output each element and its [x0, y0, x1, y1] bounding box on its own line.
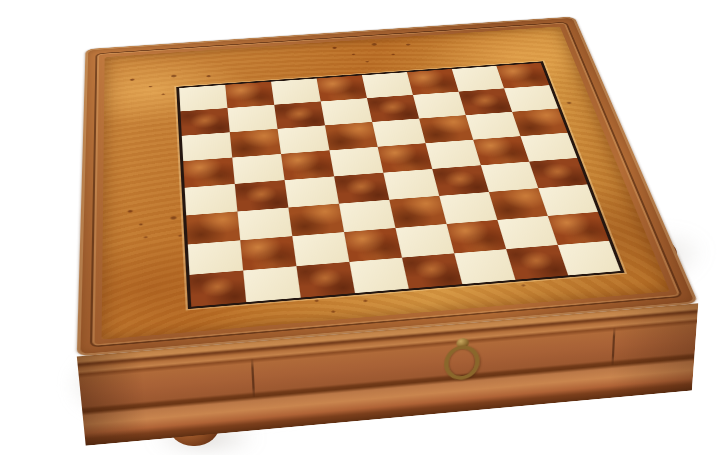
square-f2[interactable]	[447, 220, 507, 253]
square-h2[interactable]	[548, 212, 609, 245]
square-a5[interactable]	[183, 158, 235, 188]
square-a1[interactable]	[189, 271, 246, 307]
square-f7[interactable]	[413, 92, 466, 119]
square-b6[interactable]	[230, 129, 281, 158]
square-a6[interactable]	[182, 132, 232, 161]
square-g6[interactable]	[466, 112, 521, 140]
square-e1[interactable]	[402, 253, 462, 288]
square-b3[interactable]	[237, 208, 292, 241]
square-e6[interactable]	[372, 119, 425, 147]
square-b4[interactable]	[235, 180, 289, 211]
burl-knot-cluster	[102, 195, 235, 261]
drawer-front[interactable]	[250, 328, 613, 395]
square-e7[interactable]	[367, 95, 419, 122]
square-h8[interactable]	[496, 63, 549, 89]
burl-knot-cluster	[463, 246, 597, 300]
square-c3[interactable]	[288, 204, 344, 237]
square-b1[interactable]	[243, 266, 301, 302]
drawer-pull-ring-icon	[444, 344, 480, 381]
square-d2[interactable]	[344, 228, 402, 262]
square-e8[interactable]	[362, 72, 413, 98]
square-f8[interactable]	[407, 69, 459, 95]
square-c7[interactable]	[274, 101, 325, 128]
chessboard-grid	[179, 63, 620, 307]
square-b8[interactable]	[225, 82, 274, 108]
square-d3[interactable]	[339, 200, 396, 232]
square-b5[interactable]	[232, 154, 284, 184]
burl-inlay-field	[102, 26, 670, 339]
square-a4[interactable]	[185, 184, 238, 216]
square-f4[interactable]	[432, 165, 489, 196]
square-g3[interactable]	[489, 188, 548, 220]
square-a7[interactable]	[180, 108, 229, 136]
square-d6[interactable]	[325, 122, 378, 150]
square-c8[interactable]	[271, 78, 321, 104]
square-h3[interactable]	[538, 184, 598, 216]
square-g5[interactable]	[473, 136, 529, 165]
square-e2[interactable]	[395, 224, 454, 258]
square-c4[interactable]	[285, 176, 339, 207]
square-e4[interactable]	[383, 169, 439, 200]
square-g7[interactable]	[459, 88, 512, 115]
square-h1[interactable]	[558, 241, 621, 276]
burl-knot-cluster	[313, 32, 430, 74]
square-f3[interactable]	[439, 192, 497, 224]
chessboard	[176, 61, 624, 309]
drawer-pull[interactable]	[439, 336, 484, 394]
square-d1[interactable]	[349, 258, 408, 293]
square-c1[interactable]	[296, 262, 355, 298]
square-g1[interactable]	[506, 245, 568, 280]
square-h6[interactable]	[512, 108, 567, 136]
perspective-stage	[0, 0, 720, 455]
square-d8[interactable]	[317, 75, 367, 101]
square-c5[interactable]	[281, 150, 334, 180]
square-g4[interactable]	[481, 162, 538, 192]
chess-board-case	[77, 17, 699, 357]
square-b2[interactable]	[240, 236, 296, 270]
square-c6[interactable]	[278, 125, 330, 154]
square-d4[interactable]	[334, 173, 389, 204]
square-a8[interactable]	[179, 85, 227, 112]
square-f5[interactable]	[426, 140, 481, 169]
square-d5[interactable]	[329, 147, 383, 177]
product-photo-scene	[0, 0, 720, 455]
square-f1[interactable]	[454, 249, 515, 284]
square-h7[interactable]	[504, 85, 558, 112]
square-c2[interactable]	[292, 232, 349, 266]
square-d7[interactable]	[321, 98, 372, 125]
square-g8[interactable]	[452, 66, 504, 92]
square-a2[interactable]	[188, 240, 243, 275]
square-f6[interactable]	[419, 115, 473, 143]
case-top-rim	[77, 17, 699, 357]
square-e3[interactable]	[389, 196, 446, 228]
square-h4[interactable]	[529, 158, 587, 188]
square-e5[interactable]	[378, 143, 433, 172]
square-g2[interactable]	[497, 216, 557, 249]
square-b7[interactable]	[227, 105, 277, 133]
burl-knot-cluster	[268, 267, 410, 331]
square-a3[interactable]	[186, 211, 240, 244]
square-h5[interactable]	[520, 133, 577, 162]
